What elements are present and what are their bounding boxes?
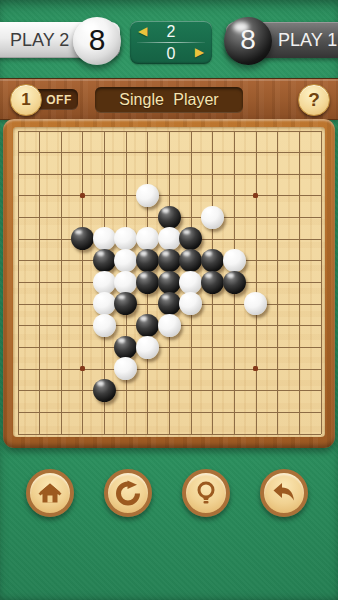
black-ball-icon: 8: [224, 17, 272, 65]
score-left-arrow-icon: ◀: [138, 24, 147, 38]
white-stone: [136, 184, 159, 207]
help-button[interactable]: ?: [298, 84, 330, 116]
score-right-arrow-icon: ▶: [195, 45, 204, 59]
restart-button[interactable]: [104, 469, 152, 517]
white-stone: [93, 271, 116, 294]
white-stone: [244, 292, 267, 315]
white-ball-number: 8: [89, 23, 106, 57]
star-point: [80, 193, 85, 198]
white-ball-icon: 8: [73, 17, 121, 65]
grid-line: [18, 390, 321, 391]
badge-label: 1: [21, 90, 30, 110]
black-stone: [71, 227, 94, 250]
home-button[interactable]: [26, 469, 74, 517]
grid-line: [18, 347, 321, 348]
toggle-state-label: OFF: [46, 93, 72, 107]
app-screen: PLAY 2 8 ◀ 2 0 ▶ PLAY 1 8 OFF 1 Single P…: [0, 0, 338, 600]
black-stone: [136, 271, 159, 294]
score-player1: 0: [167, 45, 176, 63]
hint-bulb-icon: [193, 480, 219, 506]
grid-line: [18, 412, 321, 413]
grid-line: [18, 369, 321, 370]
black-stone: [158, 271, 181, 294]
gomoku-board[interactable]: [13, 127, 325, 437]
black-stone: [158, 292, 181, 315]
grid-line: [299, 131, 300, 434]
grid-line: [321, 131, 322, 434]
move-number-badge[interactable]: 1: [10, 84, 42, 116]
player2-label: PLAY 2: [10, 30, 69, 51]
white-stone: [179, 292, 202, 315]
game-mode-label: Single Player: [119, 91, 218, 109]
white-stone: [93, 292, 116, 315]
black-stone: [201, 271, 224, 294]
star-point: [253, 366, 258, 371]
white-stone: [114, 227, 137, 250]
white-stone: [201, 206, 224, 229]
black-stone: [179, 227, 202, 250]
black-ball-number: 8: [240, 24, 256, 56]
player1-label: PLAY 1: [278, 30, 337, 51]
grid-line: [256, 131, 257, 434]
game-mode-plate: Single Player: [95, 87, 243, 113]
star-point: [253, 193, 258, 198]
black-stone: [223, 271, 246, 294]
restart-icon: [115, 480, 141, 506]
board-frame: [3, 119, 335, 448]
white-stone: [114, 249, 137, 272]
white-stone: [136, 336, 159, 359]
hint-button[interactable]: [182, 469, 230, 517]
white-stone: [136, 227, 159, 250]
score-player2: 2: [167, 23, 176, 41]
undo-icon: [271, 480, 297, 506]
black-stone: [136, 314, 159, 337]
white-stone: [158, 227, 181, 250]
black-stone: [114, 292, 137, 315]
black-stone: [93, 249, 116, 272]
grid-line: [18, 434, 321, 435]
white-stone: [93, 314, 116, 337]
black-stone: [158, 206, 181, 229]
black-stone: [93, 379, 116, 402]
white-stone: [223, 249, 246, 272]
home-icon: [37, 480, 63, 506]
white-stone: [114, 357, 137, 380]
black-stone: [136, 249, 159, 272]
black-stone: [201, 249, 224, 272]
black-stone: [179, 249, 202, 272]
white-stone: [158, 314, 181, 337]
undo-button[interactable]: [260, 469, 308, 517]
star-point: [80, 366, 85, 371]
help-label: ?: [308, 89, 320, 111]
black-stone: [114, 336, 137, 359]
wood-toolbar: OFF 1 Single Player ?: [0, 78, 338, 120]
white-stone: [114, 271, 137, 294]
white-stone: [179, 271, 202, 294]
white-stone: [93, 227, 116, 250]
score-box: ◀ 2 0 ▶: [130, 21, 212, 64]
grid-line: [277, 131, 278, 434]
black-stone: [158, 249, 181, 272]
